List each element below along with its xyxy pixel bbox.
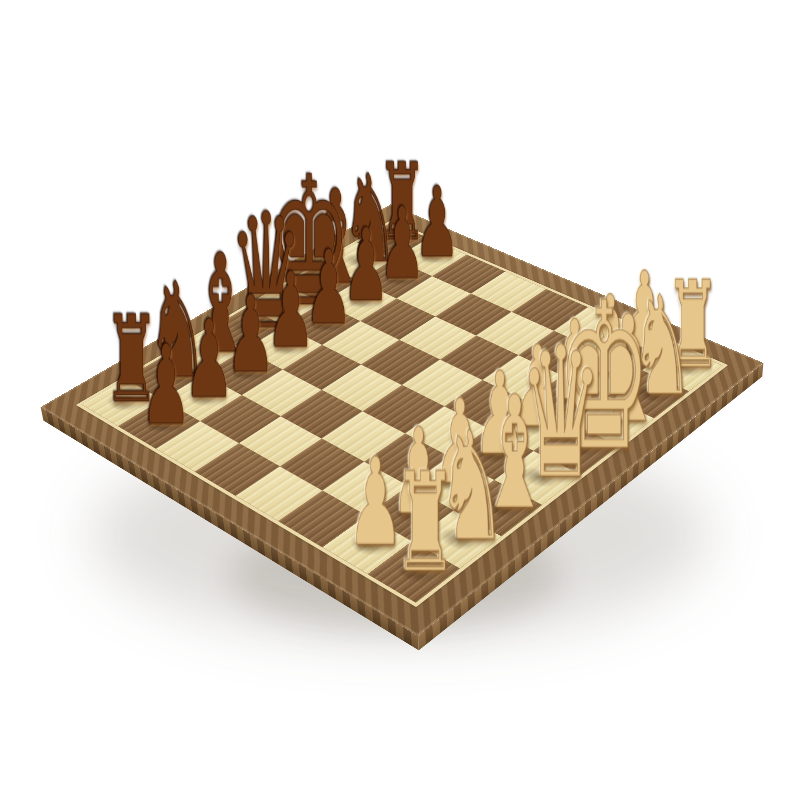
black-pawn-a7[interactable]: ♟ — [141, 330, 177, 440]
white-pawn-a2[interactable]: ♟ — [347, 441, 386, 562]
black-rook-a8[interactable]: ♜ — [104, 300, 139, 420]
white-rook-a1[interactable]: ♜ — [394, 455, 434, 592]
scene: ♜♟♟♜♞♟♟♞♝♟♟♝♚♟♟♚♛♟♟♛♝♟♟♝♞♟♟♞♜♟♟♜ — [0, 0, 800, 800]
